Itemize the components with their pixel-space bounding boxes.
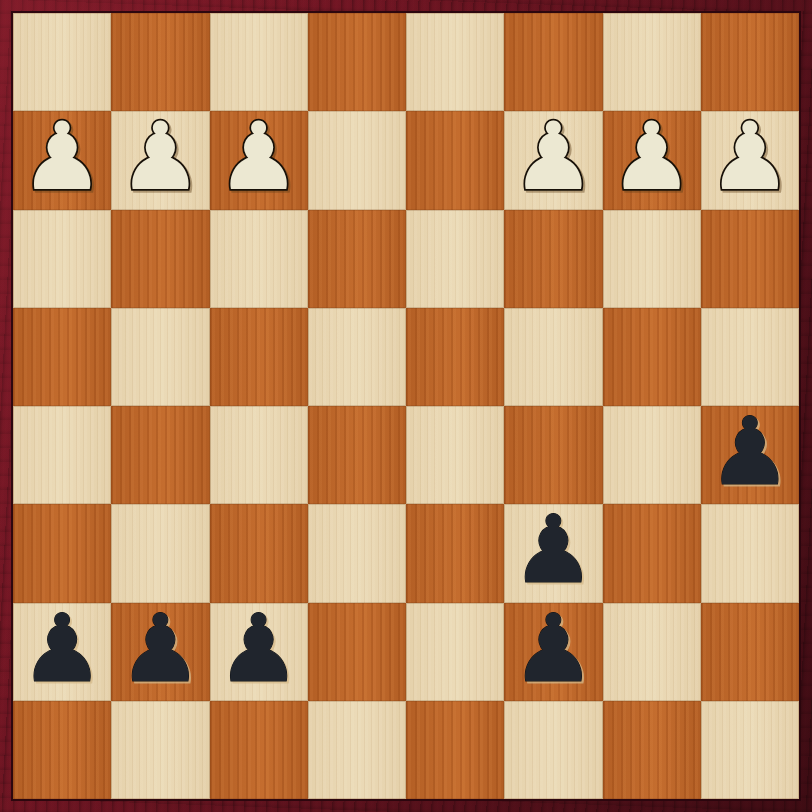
square-g3[interactable] (603, 504, 701, 602)
square-h4[interactable]: ♟ (701, 406, 799, 504)
square-a8[interactable] (13, 13, 111, 111)
square-g1[interactable] (603, 701, 701, 799)
square-b3[interactable] (111, 504, 209, 602)
square-f8[interactable] (504, 13, 602, 111)
square-h3[interactable] (701, 504, 799, 602)
white-pawn[interactable]: ♟ (20, 108, 104, 206)
square-c1[interactable] (210, 701, 308, 799)
square-f3[interactable]: ♟ (504, 504, 602, 602)
black-pawn[interactable]: ♟ (118, 600, 202, 698)
square-c3[interactable] (210, 504, 308, 602)
square-f1[interactable] (504, 701, 602, 799)
square-e2[interactable] (406, 603, 504, 701)
square-a7[interactable]: ♟ (13, 111, 111, 209)
square-g5[interactable] (603, 308, 701, 406)
square-b1[interactable] (111, 701, 209, 799)
square-d1[interactable] (308, 701, 406, 799)
square-e7[interactable] (406, 111, 504, 209)
square-e3[interactable] (406, 504, 504, 602)
square-b2[interactable]: ♟ (111, 603, 209, 701)
square-d4[interactable] (308, 406, 406, 504)
square-b5[interactable] (111, 308, 209, 406)
black-pawn[interactable]: ♟ (511, 501, 595, 599)
square-c2[interactable]: ♟ (210, 603, 308, 701)
square-e4[interactable] (406, 406, 504, 504)
square-e6[interactable] (406, 210, 504, 308)
black-pawn[interactable]: ♟ (511, 600, 595, 698)
square-f2[interactable]: ♟ (504, 603, 602, 701)
square-h7[interactable]: ♟ (701, 111, 799, 209)
square-f7[interactable]: ♟ (504, 111, 602, 209)
square-g6[interactable] (603, 210, 701, 308)
chess-board: ♟♟♟♟♟♟♟♟♟♟♟♟ (13, 13, 799, 799)
square-c7[interactable]: ♟ (210, 111, 308, 209)
square-c6[interactable] (210, 210, 308, 308)
square-b6[interactable] (111, 210, 209, 308)
square-f6[interactable] (504, 210, 602, 308)
square-e8[interactable] (406, 13, 504, 111)
square-e5[interactable] (406, 308, 504, 406)
square-d6[interactable] (308, 210, 406, 308)
square-h2[interactable] (701, 603, 799, 701)
square-b7[interactable]: ♟ (111, 111, 209, 209)
square-g4[interactable] (603, 406, 701, 504)
square-a4[interactable] (13, 406, 111, 504)
white-pawn[interactable]: ♟ (511, 108, 595, 206)
white-pawn[interactable]: ♟ (708, 108, 792, 206)
square-c4[interactable] (210, 406, 308, 504)
square-a2[interactable]: ♟ (13, 603, 111, 701)
black-pawn[interactable]: ♟ (216, 600, 300, 698)
square-d2[interactable] (308, 603, 406, 701)
square-a5[interactable] (13, 308, 111, 406)
square-b8[interactable] (111, 13, 209, 111)
square-h6[interactable] (701, 210, 799, 308)
white-pawn[interactable]: ♟ (118, 108, 202, 206)
white-pawn[interactable]: ♟ (609, 108, 693, 206)
square-h8[interactable] (701, 13, 799, 111)
square-b4[interactable] (111, 406, 209, 504)
square-f5[interactable] (504, 308, 602, 406)
square-g8[interactable] (603, 13, 701, 111)
square-g2[interactable] (603, 603, 701, 701)
square-h5[interactable] (701, 308, 799, 406)
square-d5[interactable] (308, 308, 406, 406)
square-h1[interactable] (701, 701, 799, 799)
square-f4[interactable] (504, 406, 602, 504)
square-d8[interactable] (308, 13, 406, 111)
square-d3[interactable] (308, 504, 406, 602)
square-c8[interactable] (210, 13, 308, 111)
black-pawn[interactable]: ♟ (708, 403, 792, 501)
black-pawn[interactable]: ♟ (20, 600, 104, 698)
square-d7[interactable] (308, 111, 406, 209)
square-g7[interactable]: ♟ (603, 111, 701, 209)
square-e1[interactable] (406, 701, 504, 799)
square-a1[interactable] (13, 701, 111, 799)
white-pawn[interactable]: ♟ (216, 108, 300, 206)
square-c5[interactable] (210, 308, 308, 406)
board-frame: ♟♟♟♟♟♟♟♟♟♟♟♟ (0, 0, 812, 812)
square-a6[interactable] (13, 210, 111, 308)
square-a3[interactable] (13, 504, 111, 602)
